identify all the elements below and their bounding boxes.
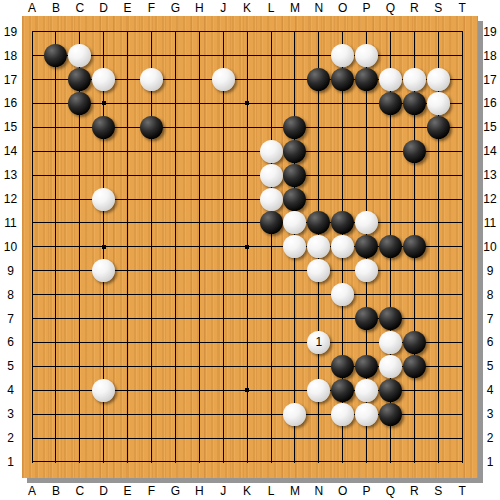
row-label-left: 9 — [0, 264, 22, 278]
black-stone[interactable] — [379, 307, 402, 330]
black-stone[interactable] — [379, 403, 402, 426]
white-stone[interactable] — [355, 379, 378, 402]
row-label-left: 19 — [0, 25, 22, 39]
row-label-left: 2 — [0, 431, 22, 445]
row-label-left: 13 — [0, 168, 22, 182]
black-stone[interactable] — [260, 211, 283, 234]
white-stone[interactable] — [307, 379, 330, 402]
column-label-bottom: K — [236, 484, 258, 498]
star-point — [102, 101, 106, 105]
white-stone[interactable] — [140, 68, 163, 91]
black-stone[interactable] — [331, 379, 354, 402]
row-label-right: 7 — [479, 312, 500, 326]
black-stone[interactable] — [403, 355, 426, 378]
white-stone[interactable] — [92, 379, 115, 402]
column-label-top: D — [93, 1, 115, 15]
grid-line-horizontal — [32, 222, 463, 223]
star-point — [245, 388, 249, 392]
column-label-top: C — [69, 1, 91, 15]
white-stone[interactable] — [260, 188, 283, 211]
row-label-right: 6 — [479, 335, 500, 349]
column-label-top: B — [45, 1, 67, 15]
column-label-top: P — [356, 1, 378, 15]
black-stone[interactable] — [283, 164, 306, 187]
white-stone[interactable] — [379, 355, 402, 378]
white-stone[interactable] — [379, 331, 402, 354]
column-label-bottom: J — [212, 484, 234, 498]
column-label-bottom: G — [164, 484, 186, 498]
grid-line-vertical — [271, 32, 272, 463]
row-label-right: 10 — [479, 240, 500, 254]
column-label-top: R — [403, 1, 425, 15]
column-label-top: Q — [380, 1, 402, 15]
column-label-bottom: O — [332, 484, 354, 498]
column-label-bottom: S — [427, 484, 449, 498]
black-stone[interactable] — [355, 355, 378, 378]
white-stone[interactable] — [283, 403, 306, 426]
go-game-screen: AABBCCDDEEFFGGHHJJKKLLMMNNOOPPQQRRSSTT19… — [0, 0, 500, 500]
grid-line-horizontal — [32, 294, 463, 295]
row-label-right: 4 — [479, 383, 500, 397]
column-label-top: H — [188, 1, 210, 15]
row-label-right: 15 — [479, 120, 500, 134]
row-label-left: 1 — [0, 455, 22, 469]
column-label-top: L — [260, 1, 282, 15]
move-number-label: 1 — [315, 336, 322, 348]
row-label-left: 11 — [0, 216, 22, 230]
column-label-top: S — [427, 1, 449, 15]
column-label-bottom: C — [69, 484, 91, 498]
column-label-bottom: H — [188, 484, 210, 498]
column-label-top: G — [164, 1, 186, 15]
white-stone[interactable] — [260, 164, 283, 187]
black-stone[interactable] — [403, 92, 426, 115]
row-label-right: 12 — [479, 192, 500, 206]
column-label-top: A — [21, 1, 43, 15]
black-stone[interactable] — [355, 68, 378, 91]
black-stone[interactable] — [140, 116, 163, 139]
column-label-bottom: T — [451, 484, 473, 498]
white-stone[interactable] — [331, 403, 354, 426]
black-stone[interactable] — [379, 92, 402, 115]
row-label-left: 3 — [0, 407, 22, 421]
row-label-right: 3 — [479, 407, 500, 421]
black-stone[interactable] — [427, 116, 450, 139]
column-label-bottom: E — [117, 484, 139, 498]
white-stone[interactable] — [403, 68, 426, 91]
black-stone[interactable] — [379, 379, 402, 402]
grid-line-horizontal — [32, 461, 463, 462]
column-label-top: K — [236, 1, 258, 15]
row-label-right: 17 — [479, 73, 500, 87]
star-point — [245, 101, 249, 105]
column-label-top: M — [284, 1, 306, 15]
column-label-bottom: P — [356, 484, 378, 498]
row-label-left: 8 — [0, 288, 22, 302]
row-label-left: 7 — [0, 312, 22, 326]
grid-line-horizontal — [32, 151, 463, 152]
grid-line-horizontal — [32, 31, 463, 32]
white-stone[interactable] — [92, 188, 115, 211]
row-label-right: 14 — [479, 144, 500, 158]
row-label-right: 13 — [479, 168, 500, 182]
column-label-bottom: N — [308, 484, 330, 498]
row-label-left: 17 — [0, 73, 22, 87]
grid-line-horizontal — [32, 175, 463, 176]
row-label-left: 12 — [0, 192, 22, 206]
column-label-bottom: M — [284, 484, 306, 498]
black-stone[interactable] — [331, 355, 354, 378]
row-label-right: 8 — [479, 288, 500, 302]
column-label-top: J — [212, 1, 234, 15]
row-label-right: 2 — [479, 431, 500, 445]
white-stone[interactable] — [212, 68, 235, 91]
black-stone[interactable] — [355, 307, 378, 330]
white-stone[interactable] — [427, 92, 450, 115]
row-label-left: 6 — [0, 335, 22, 349]
row-label-right: 16 — [479, 96, 500, 110]
row-label-left: 4 — [0, 383, 22, 397]
white-stone[interactable] — [260, 140, 283, 163]
black-stone[interactable] — [403, 331, 426, 354]
black-stone[interactable] — [283, 140, 306, 163]
row-label-left: 5 — [0, 359, 22, 373]
grid-line-horizontal — [32, 438, 463, 439]
white-stone[interactable] — [379, 68, 402, 91]
column-label-top: F — [141, 1, 163, 15]
row-label-right: 5 — [479, 359, 500, 373]
row-label-right: 9 — [479, 264, 500, 278]
black-stone[interactable] — [403, 140, 426, 163]
column-label-top: O — [332, 1, 354, 15]
star-point — [102, 245, 106, 249]
row-label-right: 1 — [479, 455, 500, 469]
row-label-left: 18 — [0, 49, 22, 63]
row-label-right: 18 — [479, 49, 500, 63]
row-label-left: 10 — [0, 240, 22, 254]
column-label-bottom: R — [403, 484, 425, 498]
column-label-bottom: F — [141, 484, 163, 498]
column-label-top: N — [308, 1, 330, 15]
column-label-top: T — [451, 1, 473, 15]
column-label-bottom: B — [45, 484, 67, 498]
star-point — [245, 245, 249, 249]
grid-line-horizontal — [32, 55, 463, 56]
column-label-bottom: L — [260, 484, 282, 498]
grid-line-vertical — [462, 32, 463, 463]
white-stone[interactable] — [355, 403, 378, 426]
row-label-left: 15 — [0, 120, 22, 134]
column-label-top: E — [117, 1, 139, 15]
white-stone[interactable] — [427, 68, 450, 91]
black-stone[interactable] — [283, 188, 306, 211]
column-label-bottom: Q — [380, 484, 402, 498]
row-label-right: 19 — [479, 25, 500, 39]
row-label-left: 16 — [0, 96, 22, 110]
black-stone[interactable] — [92, 116, 115, 139]
row-label-right: 11 — [479, 216, 500, 230]
column-label-bottom: D — [93, 484, 115, 498]
column-label-bottom: A — [21, 484, 43, 498]
row-label-left: 14 — [0, 144, 22, 158]
